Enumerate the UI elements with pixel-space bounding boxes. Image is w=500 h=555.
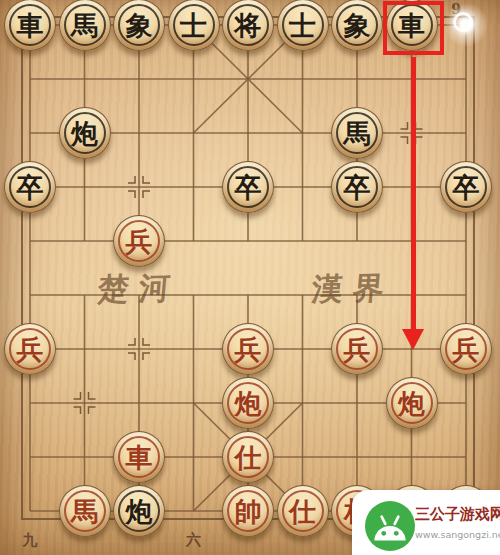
piece-red-advisor[interactable]: 仕 <box>222 431 274 483</box>
watermark-title: 三公子游戏网 <box>415 505 497 524</box>
highlight-box <box>383 1 444 55</box>
xiangqi-board[interactable]: 楚河 漢界 車馬象士将士象車炮馬卒卒卒卒兵兵兵兵兵炮炮車仕馬炮帥仕相馬車 9九六… <box>0 0 500 555</box>
piece-black-elephant[interactable]: 象 <box>331 0 383 51</box>
piece-red-soldier[interactable]: 兵 <box>222 323 274 375</box>
river-text-right: 漢界 <box>310 267 396 310</box>
piece-red-soldier[interactable]: 兵 <box>440 323 492 375</box>
file-label-bottom: 九 <box>23 531 38 550</box>
watermark-url: www.sangongzi.net <box>415 529 497 540</box>
piece-red-king[interactable]: 帥 <box>222 485 274 537</box>
piece-red-cannon[interactable]: 炮 <box>386 377 438 429</box>
watermark: 三公子游戏网 www.sangongzi.net <box>352 490 500 555</box>
piece-red-cannon[interactable]: 炮 <box>222 377 274 429</box>
piece-black-cannon[interactable]: 炮 <box>59 107 111 159</box>
piece-red-soldier[interactable]: 兵 <box>4 323 56 375</box>
piece-black-soldier[interactable]: 卒 <box>222 161 274 213</box>
piece-black-king[interactable]: 将 <box>222 0 274 51</box>
piece-black-cannon[interactable]: 炮 <box>113 485 165 537</box>
river-text-left: 楚河 <box>96 267 182 310</box>
piece-red-chariot[interactable]: 車 <box>113 431 165 483</box>
piece-red-advisor[interactable]: 仕 <box>277 485 329 537</box>
piece-black-soldier[interactable]: 卒 <box>440 161 492 213</box>
move-arrow-line <box>411 57 416 329</box>
piece-black-elephant[interactable]: 象 <box>113 0 165 51</box>
last-move-origin-glow <box>443 2 489 48</box>
piece-red-horse[interactable]: 馬 <box>59 485 111 537</box>
move-arrow-head <box>402 329 424 350</box>
piece-black-horse[interactable]: 馬 <box>59 0 111 51</box>
piece-black-soldier[interactable]: 卒 <box>4 161 56 213</box>
piece-black-chariot[interactable]: 車 <box>4 0 56 51</box>
file-label-bottom: 六 <box>186 531 201 550</box>
piece-black-horse[interactable]: 馬 <box>331 107 383 159</box>
piece-red-soldier[interactable]: 兵 <box>331 323 383 375</box>
piece-black-soldier[interactable]: 卒 <box>331 161 383 213</box>
piece-black-advisor[interactable]: 士 <box>168 0 220 51</box>
piece-black-advisor[interactable]: 士 <box>277 0 329 51</box>
piece-red-soldier[interactable]: 兵 <box>113 215 165 267</box>
android-icon <box>365 501 415 551</box>
